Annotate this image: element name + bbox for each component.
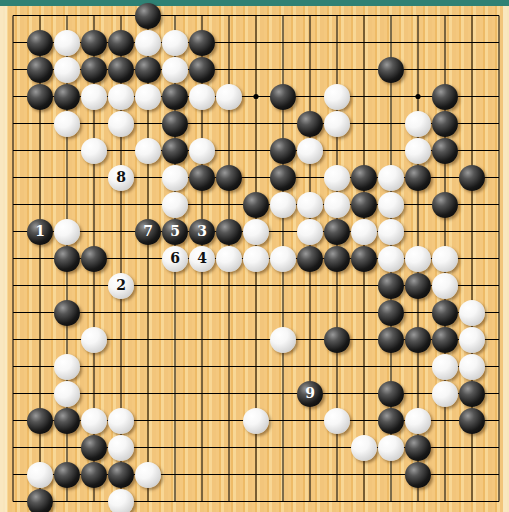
stone-black [54, 84, 80, 110]
move-number-label: 1 [35, 224, 45, 238]
stone-black [405, 273, 431, 299]
stone-black [189, 30, 215, 56]
stone-black [432, 111, 458, 137]
stone-black [378, 381, 404, 407]
stone-white-move-2: 2 [108, 273, 134, 299]
stone-black [54, 462, 80, 488]
stone-black [27, 489, 53, 512]
stone-black [432, 138, 458, 164]
stone-white [297, 138, 323, 164]
stone-black [54, 300, 80, 326]
stone-black [189, 165, 215, 191]
stone-white [324, 165, 350, 191]
move-number-label: 2 [116, 278, 126, 292]
stone-white [135, 84, 161, 110]
stone-white [81, 138, 107, 164]
stone-white [108, 435, 134, 461]
stone-black [324, 327, 350, 353]
stone-black [162, 111, 188, 137]
stone-black [405, 462, 431, 488]
stone-white [162, 165, 188, 191]
stone-black [351, 246, 377, 272]
stone-white [54, 57, 80, 83]
stone-white [459, 327, 485, 353]
stone-black-move-9: 9 [297, 381, 323, 407]
stone-white [216, 246, 242, 272]
stone-black [324, 246, 350, 272]
stone-black [243, 192, 269, 218]
stone-black [432, 192, 458, 218]
stone-white [54, 219, 80, 245]
stone-black [27, 57, 53, 83]
stone-white [378, 219, 404, 245]
move-number-label: 3 [197, 224, 207, 238]
stone-white [459, 354, 485, 380]
stone-white [324, 111, 350, 137]
stone-black [351, 165, 377, 191]
stone-white-move-8: 8 [108, 165, 134, 191]
stone-white [54, 111, 80, 137]
stone-white [378, 165, 404, 191]
stone-white [324, 408, 350, 434]
stone-black [216, 219, 242, 245]
stone-black [432, 300, 458, 326]
stone-black [189, 57, 215, 83]
stone-black [459, 408, 485, 434]
stone-black-move-5: 5 [162, 219, 188, 245]
stone-black [81, 57, 107, 83]
stone-white [351, 435, 377, 461]
stone-black [216, 165, 242, 191]
stone-white [108, 111, 134, 137]
stone-black [108, 462, 134, 488]
move-number-label: 6 [170, 251, 180, 265]
stone-black-move-7: 7 [135, 219, 161, 245]
stone-white [108, 408, 134, 434]
stone-black [27, 30, 53, 56]
stone-white [432, 354, 458, 380]
stone-white [324, 84, 350, 110]
stone-black [270, 138, 296, 164]
stone-black [162, 138, 188, 164]
stone-black [81, 30, 107, 56]
stone-white [324, 192, 350, 218]
stone-white [297, 219, 323, 245]
stone-white [135, 138, 161, 164]
stone-white [432, 246, 458, 272]
stone-black [405, 327, 431, 353]
stone-white [162, 57, 188, 83]
stone-black [351, 192, 377, 218]
move-number-label: 7 [143, 224, 153, 238]
stone-black [378, 57, 404, 83]
stone-white [189, 84, 215, 110]
stone-black [54, 246, 80, 272]
stone-black [27, 408, 53, 434]
stone-white [108, 489, 134, 512]
stone-black [135, 57, 161, 83]
stone-white [405, 246, 431, 272]
stone-black [405, 435, 431, 461]
stone-white [270, 327, 296, 353]
stone-black [81, 246, 107, 272]
stone-white [378, 192, 404, 218]
stone-white [54, 354, 80, 380]
stone-white [270, 192, 296, 218]
stone-white [459, 300, 485, 326]
stone-white [189, 138, 215, 164]
stone-black [27, 84, 53, 110]
stone-black [432, 84, 458, 110]
stone-white [405, 408, 431, 434]
stone-black-move-3: 3 [189, 219, 215, 245]
stone-white [405, 111, 431, 137]
stone-white [81, 408, 107, 434]
move-number-label: 8 [116, 170, 126, 184]
stone-black [405, 165, 431, 191]
stone-white [378, 246, 404, 272]
stone-white [243, 246, 269, 272]
stone-white [243, 408, 269, 434]
stone-white-move-4: 4 [189, 246, 215, 272]
stone-white [270, 246, 296, 272]
stone-white [81, 84, 107, 110]
move-number-label: 5 [170, 224, 180, 238]
stone-white [378, 435, 404, 461]
stone-white [162, 192, 188, 218]
stone-black [270, 165, 296, 191]
stone-white [432, 273, 458, 299]
stone-white [351, 219, 377, 245]
move-number-label: 9 [305, 386, 315, 400]
stone-black [378, 408, 404, 434]
stone-white [432, 381, 458, 407]
stone-black [297, 111, 323, 137]
stone-black [81, 462, 107, 488]
stone-black [270, 84, 296, 110]
stone-black [162, 84, 188, 110]
stone-black-move-1: 1 [27, 219, 53, 245]
stone-white-move-6: 6 [162, 246, 188, 272]
stone-black [378, 273, 404, 299]
stone-white [162, 30, 188, 56]
stone-black [108, 57, 134, 83]
stone-white [27, 462, 53, 488]
stone-black [459, 165, 485, 191]
stone-black [324, 219, 350, 245]
stone-white [108, 84, 134, 110]
stone-black [432, 327, 458, 353]
stone-white [405, 138, 431, 164]
stone-white [243, 219, 269, 245]
stone-white [54, 30, 80, 56]
stone-black [135, 3, 161, 29]
stone-white [81, 327, 107, 353]
stone-black [297, 246, 323, 272]
stone-white [135, 462, 161, 488]
stone-black [378, 300, 404, 326]
stone-white [216, 84, 242, 110]
go-board[interactable]: 817536429 [0, 0, 509, 512]
stone-black [108, 30, 134, 56]
stone-black [459, 381, 485, 407]
stone-white [297, 192, 323, 218]
move-number-label: 4 [197, 251, 207, 265]
stone-black [378, 327, 404, 353]
stone-white [54, 381, 80, 407]
stone-black [54, 408, 80, 434]
stone-white [135, 30, 161, 56]
stone-black [81, 435, 107, 461]
